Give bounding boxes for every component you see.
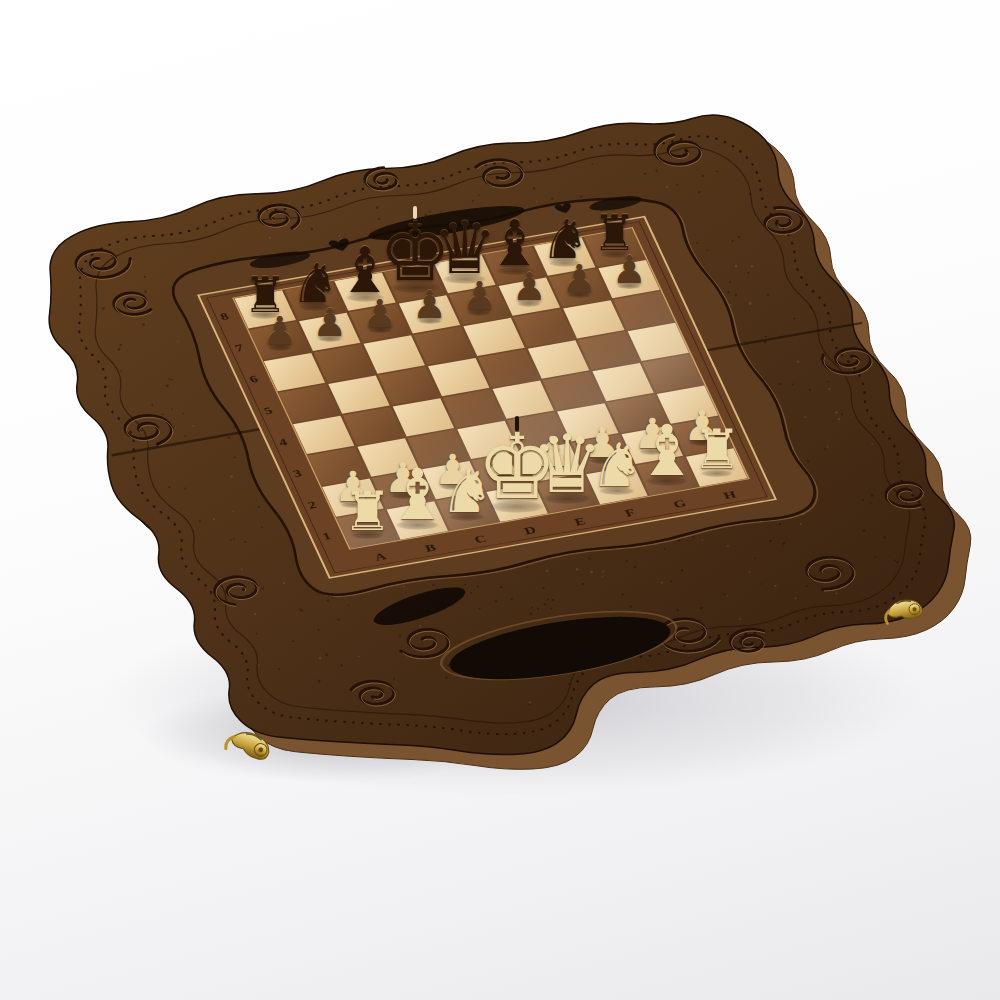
piece-white-rook-a1[interactable]: ♜ [340,485,394,539]
piece-shadow [396,520,438,530]
piece-black-pawn-f7[interactable]: ♟ [510,268,548,306]
piece-black-pawn-b7[interactable]: ♟ [311,304,349,342]
pieces-layer: ♜♞♝♚♛♝♞♜♟♟♟♟♟♟♟♟♟♟♟♟♟♟♟♟♜♝♞♚♛♞♝♜ [0,0,1000,1000]
piece-black-pawn-e7[interactable]: ♟ [460,277,498,315]
black-king-finial [413,206,417,219]
piece-black-pawn-d7[interactable]: ♟ [410,286,448,324]
piece-shadow [490,500,544,513]
piece-shadow [700,470,733,478]
piece-black-pawn-g7[interactable]: ♟ [560,260,598,298]
piece-black-pawn-a7[interactable]: ♟ [261,312,299,350]
product-photo-scene: 87654321ABCDEFGH ♜♞♝♚♛♝♞♜♟♟♟♟♟♟♟♟♟♟♟♟♟♟♟… [0,0,1000,1000]
piece-shadow [351,531,384,539]
piece-black-pawn-h7[interactable]: ♟ [610,251,648,289]
piece-black-pawn-c7[interactable]: ♟ [360,295,398,333]
piece-shadow [646,476,688,486]
white-king-finial [515,416,519,431]
